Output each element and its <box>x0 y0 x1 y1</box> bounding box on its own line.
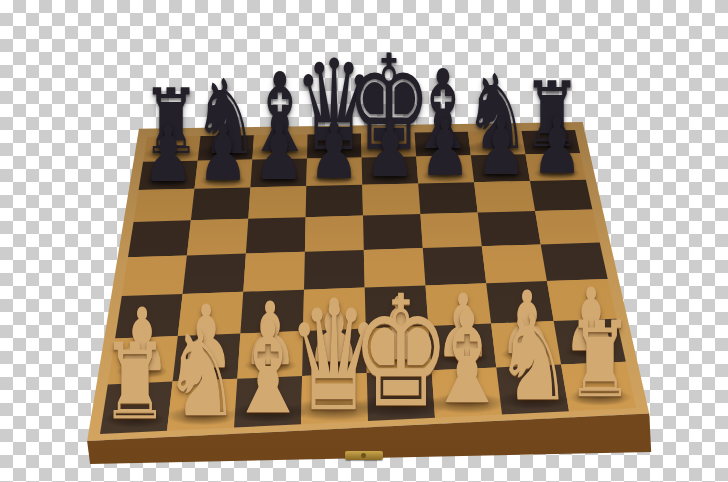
pieces-layer: ♜♞♝♛♚♝♞♜♟♟♟♟♟♟♟♟♟♟♟♟♟♟♟♟♜♞♝♛♚♝♞♜ <box>0 0 728 482</box>
piece-black-pawn-c7: ♟ <box>253 113 303 191</box>
piece-white-rook-h1: ♜ <box>566 308 634 413</box>
piece-black-pawn-d7: ♟ <box>309 111 359 189</box>
piece-white-knight-g1: ♞ <box>495 298 572 418</box>
piece-black-pawn-e7: ♟ <box>365 110 415 188</box>
piece-black-pawn-h7: ♟ <box>531 106 581 184</box>
piece-black-pawn-g7: ♟ <box>476 108 526 186</box>
piece-black-pawn-b7: ♟ <box>198 114 248 192</box>
chess-set-photo: ♜♞♝♛♚♝♞♜♟♟♟♟♟♟♟♟♟♟♟♟♟♟♟♟♜♞♝♛♚♝♞♜ <box>0 0 728 482</box>
piece-black-pawn-f7: ♟ <box>420 109 470 187</box>
piece-white-rook-a1: ♜ <box>101 330 169 435</box>
piece-black-pawn-a7: ♟ <box>142 115 192 193</box>
